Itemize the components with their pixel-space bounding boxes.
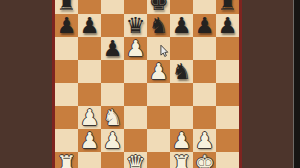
square-b7[interactable]: ♟ [78,14,101,37]
chess-board-frame: ♜♚♜♟♟♛♞♟♟♟♟♟♟♞♟♞♟♟♟♟♜♛♜♚ [52,0,242,168]
square-g5[interactable] [193,60,216,83]
square-a6[interactable] [55,37,78,60]
piece-white-king[interactable]: ♚ [195,152,215,168]
square-e7[interactable]: ♞ [147,14,170,37]
square-c6[interactable]: ♟ [101,37,124,60]
square-f6[interactable] [170,37,193,60]
square-b6[interactable] [78,37,101,60]
square-e2[interactable] [147,129,170,152]
square-h8[interactable]: ♜ [216,0,239,14]
piece-white-pawn[interactable]: ♟ [195,129,215,152]
square-e3[interactable] [147,106,170,129]
square-c5[interactable] [101,60,124,83]
piece-white-pawn[interactable]: ♟ [172,129,192,152]
piece-white-pawn[interactable]: ♟ [126,37,146,60]
square-g7[interactable]: ♟ [193,14,216,37]
square-h2[interactable] [216,129,239,152]
piece-black-rook[interactable]: ♜ [218,0,238,14]
square-g1[interactable]: ♚ [193,152,216,168]
window-edge-strip [293,0,300,168]
square-d3[interactable] [124,106,147,129]
square-c3[interactable]: ♞ [101,106,124,129]
piece-black-pawn[interactable]: ♟ [195,14,215,37]
square-e8[interactable]: ♚ [147,0,170,14]
square-h6[interactable] [216,37,239,60]
square-h5[interactable] [216,60,239,83]
square-c2[interactable]: ♟ [101,129,124,152]
square-f4[interactable] [170,83,193,106]
square-a1[interactable]: ♜ [55,152,78,168]
square-c1[interactable] [101,152,124,168]
square-b1[interactable] [78,152,101,168]
square-a5[interactable] [55,60,78,83]
square-e4[interactable] [147,83,170,106]
square-c8[interactable] [101,0,124,14]
square-f8[interactable] [170,0,193,14]
square-g8[interactable] [193,0,216,14]
piece-black-pawn[interactable]: ♟ [103,37,123,60]
square-d1[interactable]: ♛ [124,152,147,168]
piece-black-king[interactable]: ♚ [149,0,169,14]
square-d5[interactable] [124,60,147,83]
piece-white-pawn[interactable]: ♟ [103,129,123,152]
square-g6[interactable] [193,37,216,60]
piece-black-knight[interactable]: ♞ [149,14,169,37]
piece-black-pawn[interactable]: ♟ [80,14,100,37]
piece-white-rook[interactable]: ♜ [172,152,192,168]
piece-black-rook[interactable]: ♜ [57,0,77,14]
square-d8[interactable] [124,0,147,14]
piece-white-knight[interactable]: ♞ [103,106,123,129]
piece-black-pawn[interactable]: ♟ [172,14,192,37]
chess-board[interactable]: ♜♚♜♟♟♛♞♟♟♟♟♟♟♞♟♞♟♟♟♟♜♛♜♚ [55,0,239,168]
square-g4[interactable] [193,83,216,106]
square-f7[interactable]: ♟ [170,14,193,37]
square-a4[interactable] [55,83,78,106]
square-d4[interactable] [124,83,147,106]
square-h3[interactable] [216,106,239,129]
piece-black-pawn[interactable]: ♟ [218,14,238,37]
screenshot-root: ♜♚♜♟♟♛♞♟♟♟♟♟♟♞♟♞♟♟♟♟♜♛♜♚ [0,0,300,168]
piece-white-pawn[interactable]: ♟ [149,60,169,83]
square-d2[interactable] [124,129,147,152]
square-f5[interactable]: ♞ [170,60,193,83]
square-b3[interactable]: ♟ [78,106,101,129]
square-d7[interactable]: ♛ [124,14,147,37]
square-c7[interactable] [101,14,124,37]
square-f2[interactable]: ♟ [170,129,193,152]
square-h1[interactable] [216,152,239,168]
square-b2[interactable]: ♟ [78,129,101,152]
square-a3[interactable] [55,106,78,129]
piece-black-pawn[interactable]: ♟ [57,14,77,37]
piece-white-pawn[interactable]: ♟ [80,129,100,152]
square-b8[interactable] [78,0,101,14]
square-d6[interactable]: ♟ [124,37,147,60]
mouse-cursor-icon [160,45,169,58]
piece-white-pawn[interactable]: ♟ [80,106,100,129]
piece-black-queen[interactable]: ♛ [126,14,146,37]
square-c4[interactable] [101,83,124,106]
square-f1[interactable]: ♜ [170,152,193,168]
square-a2[interactable] [55,129,78,152]
square-g2[interactable]: ♟ [193,129,216,152]
piece-white-queen[interactable]: ♛ [126,152,146,168]
piece-black-knight[interactable]: ♞ [172,60,192,83]
piece-white-rook[interactable]: ♜ [57,152,77,168]
square-g3[interactable] [193,106,216,129]
square-e1[interactable] [147,152,170,168]
square-b5[interactable] [78,60,101,83]
square-h7[interactable]: ♟ [216,14,239,37]
square-e5[interactable]: ♟ [147,60,170,83]
square-b4[interactable] [78,83,101,106]
square-a8[interactable]: ♜ [55,0,78,14]
square-a7[interactable]: ♟ [55,14,78,37]
square-f3[interactable] [170,106,193,129]
square-h4[interactable] [216,83,239,106]
